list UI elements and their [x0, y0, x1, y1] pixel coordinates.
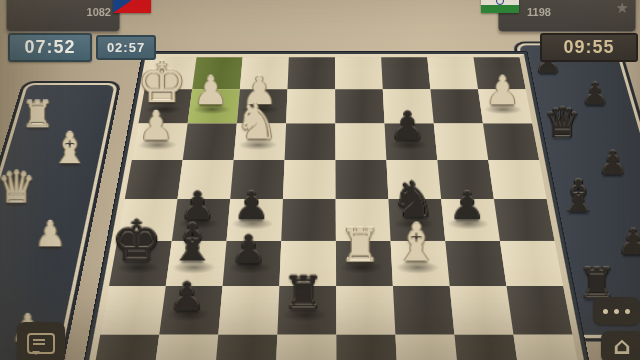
square[interactable] — [100, 286, 166, 335]
star-icon: ★ — [616, 0, 629, 17]
square[interactable] — [494, 199, 555, 241]
square[interactable] — [336, 286, 395, 335]
piece-black-pawn[interactable]: ♟ — [440, 150, 494, 225]
square[interactable] — [507, 286, 573, 335]
player-name-left: michalvesecka — [7, 0, 119, 2]
player-card-left: michalvesecka 1082 — [6, 0, 120, 32]
square[interactable] — [336, 335, 398, 360]
piece-white-pawn[interactable]: ♟ — [131, 76, 181, 146]
home-button[interactable]: ⌂ — [601, 331, 640, 360]
czech-republic-flag-icon — [113, 0, 151, 13]
captured-white-pawn: ♟ — [26, 176, 74, 253]
square[interactable] — [335, 123, 386, 159]
square[interactable] — [214, 335, 278, 360]
square[interactable] — [395, 335, 459, 360]
square[interactable] — [283, 160, 336, 199]
square[interactable] — [500, 241, 563, 286]
piece-white-pawn[interactable]: ♟ — [186, 43, 235, 111]
square[interactable] — [455, 335, 522, 360]
piece-black-king[interactable]: ♚ — [108, 191, 164, 269]
square[interactable] — [430, 89, 483, 123]
player-rating-left: 1082 — [7, 6, 119, 18]
square[interactable] — [393, 286, 455, 335]
captured-white-bishop: ♝ — [47, 98, 92, 169]
captured-black-rook: ♜ — [572, 225, 622, 305]
square[interactable] — [427, 57, 478, 89]
piece-black-pawn[interactable]: ♟ — [220, 191, 276, 269]
board-plane: ♜♝♛♟♟♟♟ ♟♟♛♟♝♟♜ ♚♟♟♟♟♞♜♝♟♞♟♟♟♚♝♟♟♜ — [85, 54, 575, 360]
square[interactable] — [514, 335, 583, 360]
home-icon: ⌂ — [613, 334, 630, 358]
square[interactable] — [218, 286, 279, 335]
square[interactable] — [152, 335, 218, 360]
clock-left-main: 07:52 — [8, 33, 92, 62]
square[interactable] — [450, 286, 514, 335]
square[interactable] — [285, 123, 336, 159]
piece-white-bishop[interactable]: ♝ — [388, 191, 444, 269]
square[interactable] — [445, 241, 506, 286]
more-options-button[interactable] — [593, 297, 640, 325]
piece-white-rook[interactable]: ♜ — [332, 191, 388, 269]
square[interactable] — [286, 89, 335, 123]
square[interactable] — [335, 57, 383, 89]
piece-black-pawn[interactable]: ♟ — [158, 235, 216, 316]
square[interactable] — [488, 160, 546, 199]
clock-right-main: 09:55 — [540, 33, 638, 62]
game-screen: ♜♝♛♟♟♟♟ ♟♟♛♟♝♟♜ ♚♟♟♟♟♞♜♝♟♞♟♟♟♚♝♟♟♜ micha… — [0, 0, 640, 360]
square[interactable] — [335, 89, 384, 123]
captured-black-queen: ♛ — [540, 74, 584, 144]
chat-button[interactable] — [17, 322, 65, 360]
piece-black-pawn[interactable]: ♟ — [382, 76, 432, 146]
piece-black-rook[interactable]: ♜ — [274, 235, 332, 316]
clock-left-secondary: 02:57 — [96, 35, 156, 60]
piece-white-knight[interactable]: ♞ — [232, 76, 282, 146]
india-flag-icon — [481, 0, 519, 13]
captured-black-bishop: ♝ — [555, 144, 602, 219]
player-card-right: india3 1198 ★ — [498, 0, 636, 32]
square[interactable] — [275, 335, 336, 360]
chat-bubble-icon — [27, 333, 55, 354]
square[interactable] — [91, 335, 160, 360]
more-dots-icon — [603, 309, 608, 314]
piece-white-pawn[interactable]: ♟ — [478, 43, 527, 111]
square[interactable] — [288, 57, 336, 89]
